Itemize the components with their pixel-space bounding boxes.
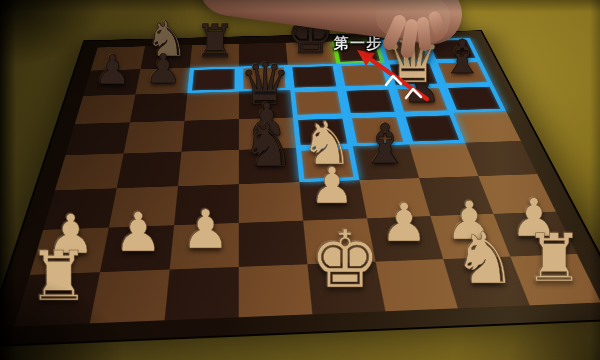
square-d2[interactable] [239, 221, 308, 267]
square-g5[interactable] [400, 113, 465, 145]
white-rook-a1[interactable]: ♜ [28, 243, 89, 311]
square-c6[interactable] [185, 91, 239, 120]
square-c7[interactable] [187, 67, 239, 93]
square-d3[interactable] [239, 182, 303, 223]
white-pawn-b2[interactable]: ♟ [114, 206, 162, 260]
black-rook-c8[interactable]: ♜ [195, 19, 236, 64]
square-a6[interactable] [75, 94, 136, 124]
white-rook-h1[interactable]: ♜ [524, 225, 583, 291]
square-b4[interactable] [117, 152, 182, 189]
black-king-e8[interactable]: ♚ [287, 8, 335, 61]
white-pawn-e3[interactable]: ♟ [310, 161, 355, 211]
square-h6[interactable] [443, 84, 506, 112]
square-c5[interactable] [181, 119, 238, 152]
white-pawn-c2[interactable]: ♟ [181, 203, 229, 257]
square-b5[interactable] [124, 121, 185, 154]
black-pawn-a7[interactable]: ♟ [94, 50, 130, 91]
square-a4[interactable] [55, 153, 124, 190]
white-queen-held[interactable]: ♛ [384, 28, 442, 93]
square-b6[interactable] [130, 93, 187, 122]
square-d1[interactable] [239, 264, 313, 317]
black-pawn-b7[interactable]: ♟ [145, 49, 181, 90]
black-bishop-f4[interactable]: ♝ [360, 117, 410, 172]
white-knight-g1[interactable]: ♞ [453, 222, 517, 294]
square-a5[interactable] [65, 122, 129, 155]
black-bishop-h7[interactable]: ♝ [441, 34, 483, 81]
white-king-e1[interactable]: ♚ [310, 220, 381, 300]
black-knight-d4[interactable]: ♞ [241, 116, 295, 176]
square-b1[interactable] [90, 270, 170, 324]
square-h4[interactable] [465, 141, 537, 176]
square-c1[interactable] [165, 267, 239, 320]
step-label: 第一步 [334, 34, 382, 53]
square-c4[interactable] [178, 150, 239, 186]
chess-app-screen: ♜♟♟♟♚♟♞♟♞♟♟♜♛♞♜♚♟♟♛♟♞♝♟♝ 第一步 [0, 0, 600, 360]
white-pawn-f2[interactable]: ♟ [380, 196, 428, 249]
square-e7[interactable] [288, 64, 341, 90]
